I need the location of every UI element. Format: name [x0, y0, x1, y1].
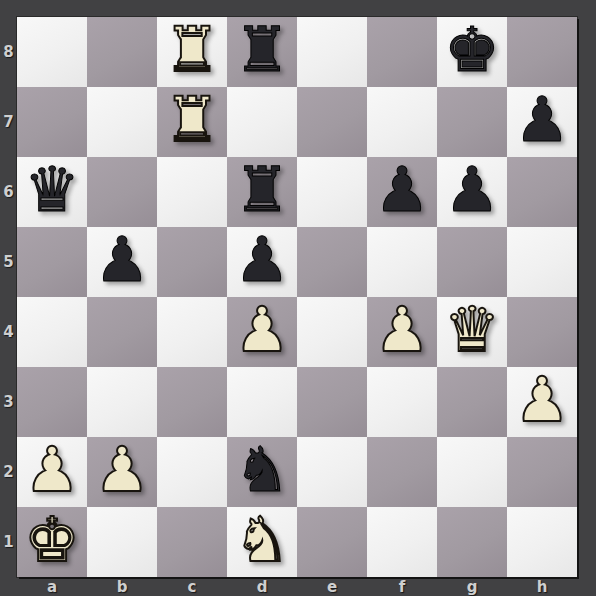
file-label-d: d: [227, 578, 297, 596]
square-h5[interactable]: [507, 227, 577, 297]
file-label-b: b: [87, 578, 157, 596]
square-f2[interactable]: [367, 437, 437, 507]
square-f4[interactable]: ♟: [367, 297, 437, 367]
piece-black-pawn-b5[interactable]: ♟: [94, 225, 150, 295]
piece-white-rook-c7[interactable]: ♜: [164, 85, 220, 155]
piece-black-pawn-g6[interactable]: ♟: [444, 155, 500, 225]
square-h6[interactable]: [507, 157, 577, 227]
square-d5[interactable]: ♟: [227, 227, 297, 297]
square-e8[interactable]: [297, 17, 367, 87]
rank-labels: 87654321: [0, 17, 17, 577]
square-c1[interactable]: [157, 507, 227, 577]
chess-board: ♜♜♚♜♟♛♜♟♟♟♟♟♟♛♟♟♟♞♚♞: [17, 17, 577, 577]
rank-label-6: 6: [0, 157, 17, 227]
square-b8[interactable]: [87, 17, 157, 87]
square-h3[interactable]: ♟: [507, 367, 577, 437]
piece-black-queen-a6[interactable]: ♛: [24, 155, 80, 225]
square-c8[interactable]: ♜: [157, 17, 227, 87]
square-d4[interactable]: ♟: [227, 297, 297, 367]
square-g1[interactable]: [437, 507, 507, 577]
square-c2[interactable]: [157, 437, 227, 507]
square-f8[interactable]: [367, 17, 437, 87]
square-b1[interactable]: [87, 507, 157, 577]
square-h7[interactable]: ♟: [507, 87, 577, 157]
square-b5[interactable]: ♟: [87, 227, 157, 297]
square-a7[interactable]: [17, 87, 87, 157]
square-c3[interactable]: [157, 367, 227, 437]
piece-black-rook-d8[interactable]: ♜: [234, 15, 290, 85]
square-f1[interactable]: [367, 507, 437, 577]
square-b4[interactable]: [87, 297, 157, 367]
square-a2[interactable]: ♟: [17, 437, 87, 507]
square-d6[interactable]: ♜: [227, 157, 297, 227]
file-label-f: f: [367, 578, 437, 596]
square-a1[interactable]: ♚: [17, 507, 87, 577]
square-g5[interactable]: [437, 227, 507, 297]
square-h2[interactable]: [507, 437, 577, 507]
piece-black-knight-d2[interactable]: ♞: [234, 435, 290, 505]
square-g2[interactable]: [437, 437, 507, 507]
square-h1[interactable]: [507, 507, 577, 577]
rank-label-7: 7: [0, 87, 17, 157]
piece-black-pawn-h7[interactable]: ♟: [514, 85, 570, 155]
square-f5[interactable]: [367, 227, 437, 297]
file-label-c: c: [157, 578, 227, 596]
piece-black-pawn-d5[interactable]: ♟: [234, 225, 290, 295]
square-g6[interactable]: ♟: [437, 157, 507, 227]
square-g3[interactable]: [437, 367, 507, 437]
rank-label-2: 2: [0, 437, 17, 507]
square-g4[interactable]: ♛: [437, 297, 507, 367]
piece-black-rook-d6[interactable]: ♜: [234, 155, 290, 225]
square-f7[interactable]: [367, 87, 437, 157]
square-a6[interactable]: ♛: [17, 157, 87, 227]
piece-white-rook-c8[interactable]: ♜: [164, 15, 220, 85]
square-e3[interactable]: [297, 367, 367, 437]
rank-label-8: 8: [0, 17, 17, 87]
rank-label-3: 3: [0, 367, 17, 437]
square-e4[interactable]: [297, 297, 367, 367]
rank-label-5: 5: [0, 227, 17, 297]
square-h4[interactable]: [507, 297, 577, 367]
piece-white-pawn-f4[interactable]: ♟: [374, 295, 430, 365]
square-d1[interactable]: ♞: [227, 507, 297, 577]
piece-black-pawn-f6[interactable]: ♟: [374, 155, 430, 225]
square-e5[interactable]: [297, 227, 367, 297]
piece-white-pawn-b2[interactable]: ♟: [94, 435, 150, 505]
file-label-g: g: [437, 578, 507, 596]
square-h8[interactable]: [507, 17, 577, 87]
piece-white-pawn-h3[interactable]: ♟: [514, 365, 570, 435]
square-b2[interactable]: ♟: [87, 437, 157, 507]
file-label-h: h: [507, 578, 577, 596]
piece-white-pawn-d4[interactable]: ♟: [234, 295, 290, 365]
square-a3[interactable]: [17, 367, 87, 437]
piece-black-king-g8[interactable]: ♚: [444, 15, 500, 85]
square-d8[interactable]: ♜: [227, 17, 297, 87]
square-d7[interactable]: [227, 87, 297, 157]
square-c7[interactable]: ♜: [157, 87, 227, 157]
square-d3[interactable]: [227, 367, 297, 437]
square-a8[interactable]: [17, 17, 87, 87]
square-c5[interactable]: [157, 227, 227, 297]
piece-white-knight-d1[interactable]: ♞: [234, 505, 290, 575]
square-c4[interactable]: [157, 297, 227, 367]
square-c6[interactable]: [157, 157, 227, 227]
square-g7[interactable]: [437, 87, 507, 157]
rank-label-4: 4: [0, 297, 17, 367]
square-e6[interactable]: [297, 157, 367, 227]
square-g8[interactable]: ♚: [437, 17, 507, 87]
square-a4[interactable]: [17, 297, 87, 367]
square-d2[interactable]: ♞: [227, 437, 297, 507]
piece-white-pawn-a2[interactable]: ♟: [24, 435, 80, 505]
board-frame: 87654321 ♜♜♚♜♟♛♜♟♟♟♟♟♟♛♟♟♟♞♚♞ abcdefgh: [0, 0, 596, 596]
square-b7[interactable]: [87, 87, 157, 157]
piece-white-queen-g4[interactable]: ♛: [444, 295, 500, 365]
rank-label-1: 1: [0, 507, 17, 577]
square-e7[interactable]: [297, 87, 367, 157]
piece-white-king-a1[interactable]: ♚: [24, 505, 80, 575]
square-e2[interactable]: [297, 437, 367, 507]
square-b3[interactable]: [87, 367, 157, 437]
square-e1[interactable]: [297, 507, 367, 577]
square-f3[interactable]: [367, 367, 437, 437]
square-b6[interactable]: [87, 157, 157, 227]
file-labels: abcdefgh: [17, 578, 577, 596]
square-f6[interactable]: ♟: [367, 157, 437, 227]
file-label-e: e: [297, 578, 367, 596]
square-a5[interactable]: [17, 227, 87, 297]
file-label-a: a: [17, 578, 87, 596]
